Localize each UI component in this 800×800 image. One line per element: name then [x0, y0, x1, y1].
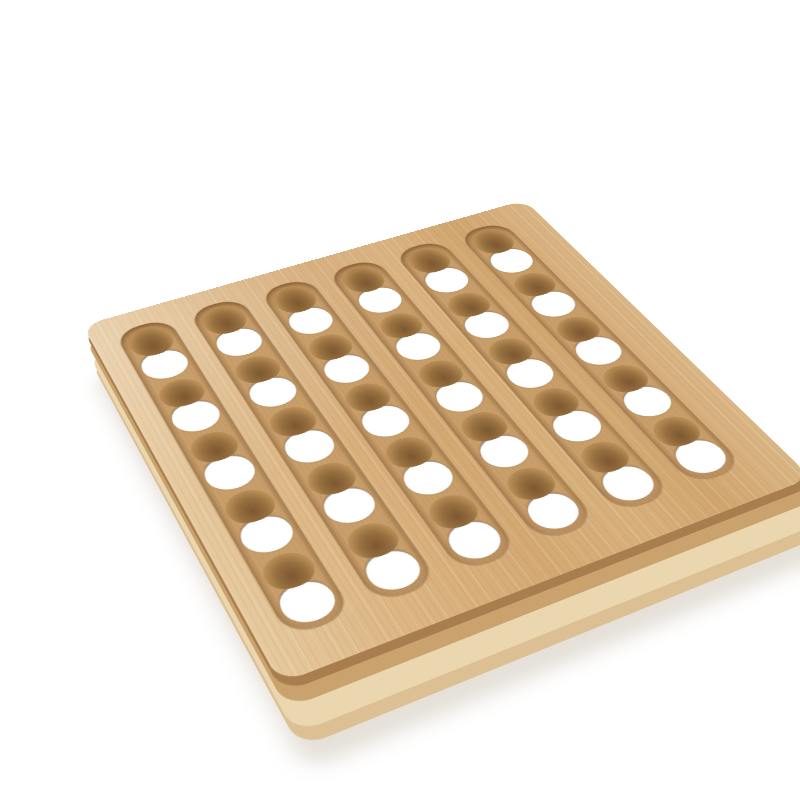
hole-cell-c4-r5 [493, 457, 590, 535]
hole-cell-c1-r5 [250, 541, 345, 630]
hole-cell-c6-r5 [639, 407, 737, 479]
trivet-board [82, 200, 800, 683]
hole-cell-c2-r5 [334, 512, 430, 597]
hole-grid [114, 221, 744, 637]
hole-cell-c3-r5 [415, 484, 512, 566]
product-photo-scene: Overhead-angle product photograph of a s… [40, 16, 800, 800]
hole-cell-c5-r5 [567, 432, 665, 507]
